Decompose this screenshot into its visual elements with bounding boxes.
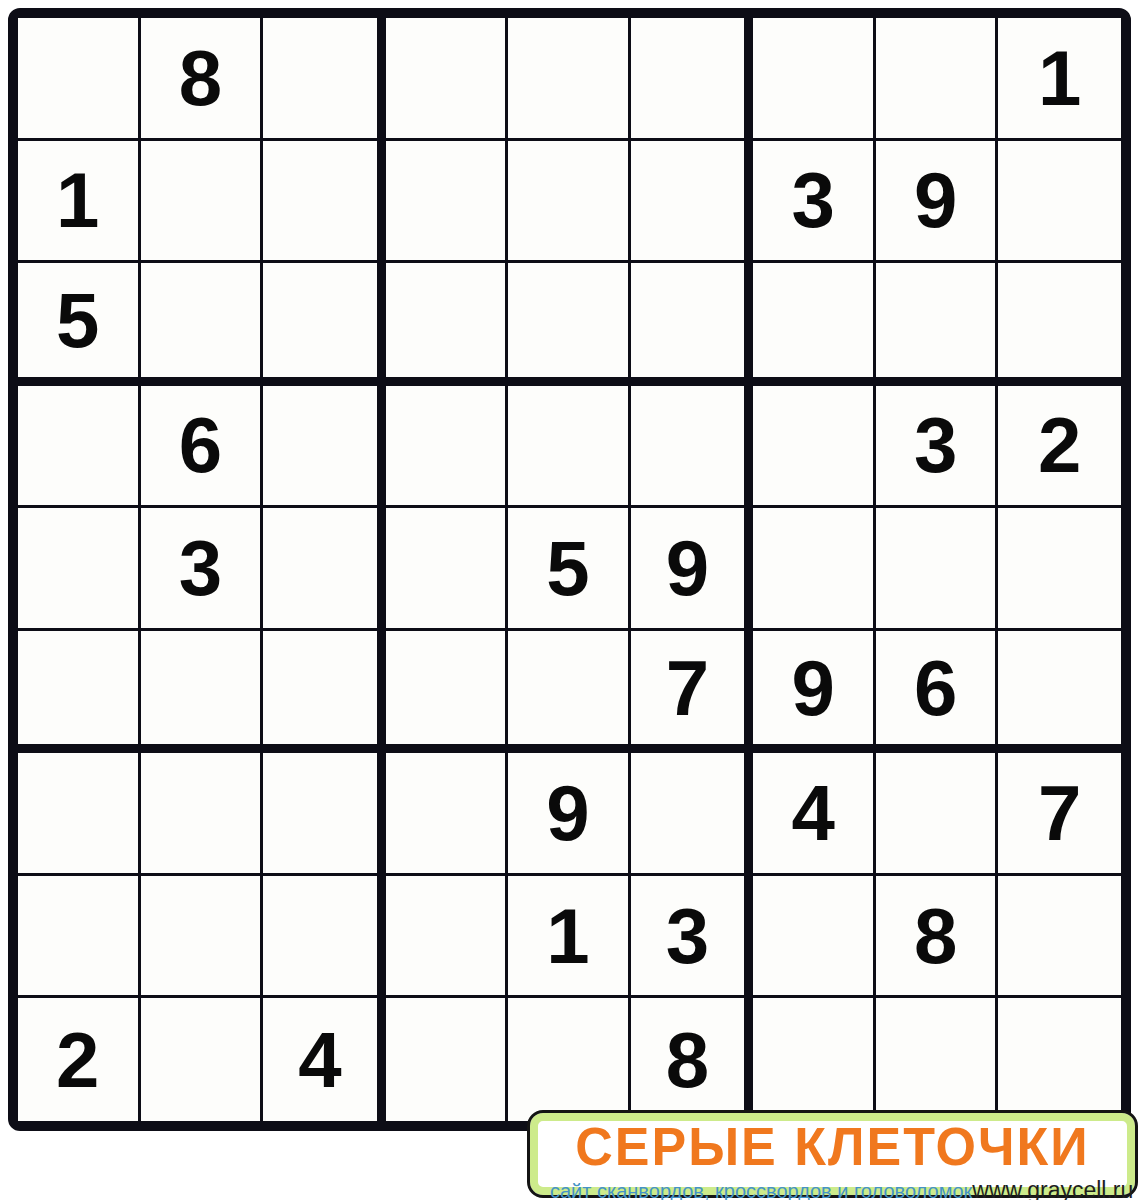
- cell-r7c2[interactable]: [141, 753, 264, 876]
- cell-r1c7[interactable]: [753, 18, 876, 141]
- logo-subtitle: сайт сканвордов, кроссвордов и головолом…: [550, 1180, 972, 1200]
- cell-r2c7[interactable]: 3: [753, 141, 876, 264]
- cell-r2c5[interactable]: [508, 141, 631, 264]
- cell-r1c9[interactable]: 1: [998, 18, 1121, 141]
- cell-r5c5[interactable]: 5: [508, 508, 631, 631]
- sudoku-board: 811395632359796947138248: [8, 8, 1131, 1131]
- cell-r8c3[interactable]: [263, 876, 386, 999]
- cell-r6c4[interactable]: [386, 631, 509, 754]
- cell-r3c1[interactable]: 5: [18, 263, 141, 386]
- logo-url: www.graycell.ru: [972, 1177, 1133, 1200]
- cell-r3c5[interactable]: [508, 263, 631, 386]
- cell-r7c1[interactable]: [18, 753, 141, 876]
- cell-r2c3[interactable]: [263, 141, 386, 264]
- cell-r5c9[interactable]: [998, 508, 1121, 631]
- cell-r9c4[interactable]: [386, 998, 509, 1121]
- cell-r4c7[interactable]: [753, 386, 876, 509]
- cell-r1c4[interactable]: [386, 18, 509, 141]
- cell-r7c7[interactable]: 4: [753, 753, 876, 876]
- cell-r9c7[interactable]: [753, 998, 876, 1121]
- cell-r9c3[interactable]: 4: [263, 998, 386, 1121]
- cell-r6c8[interactable]: 6: [876, 631, 999, 754]
- cell-r5c3[interactable]: [263, 508, 386, 631]
- cell-r5c2[interactable]: 3: [141, 508, 264, 631]
- graycell-logo[interactable]: СЕРЫЕ КЛЕТОЧКИ сайт сканвордов, кроссвор…: [527, 1110, 1138, 1198]
- cell-r1c2[interactable]: 8: [141, 18, 264, 141]
- cell-r4c2[interactable]: 6: [141, 386, 264, 509]
- cell-r3c8[interactable]: [876, 263, 999, 386]
- cell-r6c1[interactable]: [18, 631, 141, 754]
- cell-r3c7[interactable]: [753, 263, 876, 386]
- cell-r6c9[interactable]: [998, 631, 1121, 754]
- logo-bottom-row: сайт сканвордов, кроссвордов и головолом…: [530, 1176, 1135, 1200]
- cell-r8c8[interactable]: 8: [876, 876, 999, 999]
- cell-r6c3[interactable]: [263, 631, 386, 754]
- cell-r8c2[interactable]: [141, 876, 264, 999]
- cell-r3c9[interactable]: [998, 263, 1121, 386]
- cell-r5c1[interactable]: [18, 508, 141, 631]
- cell-r4c3[interactable]: [263, 386, 386, 509]
- cell-r3c2[interactable]: [141, 263, 264, 386]
- cell-r9c9[interactable]: [998, 998, 1121, 1121]
- cell-r9c1[interactable]: 2: [18, 998, 141, 1121]
- cell-r2c2[interactable]: [141, 141, 264, 264]
- cell-r8c1[interactable]: [18, 876, 141, 999]
- cell-r5c6[interactable]: 9: [631, 508, 754, 631]
- cell-r1c6[interactable]: [631, 18, 754, 141]
- cell-r6c7[interactable]: 9: [753, 631, 876, 754]
- page: 811395632359796947138248 СЕРЫЕ КЛЕТОЧКИ …: [0, 0, 1140, 1200]
- cell-r6c5[interactable]: [508, 631, 631, 754]
- cell-r7c4[interactable]: [386, 753, 509, 876]
- cell-r2c1[interactable]: 1: [18, 141, 141, 264]
- cell-r9c8[interactable]: [876, 998, 999, 1121]
- cell-r4c9[interactable]: 2: [998, 386, 1121, 509]
- cell-r8c9[interactable]: [998, 876, 1121, 999]
- cell-r7c3[interactable]: [263, 753, 386, 876]
- cell-r9c2[interactable]: [141, 998, 264, 1121]
- cell-r8c7[interactable]: [753, 876, 876, 999]
- cell-r2c4[interactable]: [386, 141, 509, 264]
- cell-r1c1[interactable]: [18, 18, 141, 141]
- cell-r2c6[interactable]: [631, 141, 754, 264]
- cell-r8c5[interactable]: 1: [508, 876, 631, 999]
- cell-r3c3[interactable]: [263, 263, 386, 386]
- cell-r1c5[interactable]: [508, 18, 631, 141]
- cell-r4c6[interactable]: [631, 386, 754, 509]
- cell-r4c1[interactable]: [18, 386, 141, 509]
- cell-r5c7[interactable]: [753, 508, 876, 631]
- cell-r6c6[interactable]: 7: [631, 631, 754, 754]
- sudoku-grid: 811395632359796947138248: [18, 18, 1121, 1121]
- cell-r9c6[interactable]: 8: [631, 998, 754, 1121]
- cell-r5c8[interactable]: [876, 508, 999, 631]
- cell-r8c6[interactable]: 3: [631, 876, 754, 999]
- cell-r8c4[interactable]: [386, 876, 509, 999]
- cell-r3c4[interactable]: [386, 263, 509, 386]
- cell-r1c8[interactable]: [876, 18, 999, 141]
- cell-r4c5[interactable]: [508, 386, 631, 509]
- cell-r9c5[interactable]: [508, 998, 631, 1121]
- cell-r7c9[interactable]: 7: [998, 753, 1121, 876]
- cell-r5c4[interactable]: [386, 508, 509, 631]
- cell-r2c8[interactable]: 9: [876, 141, 999, 264]
- cell-r6c2[interactable]: [141, 631, 264, 754]
- cell-r1c3[interactable]: [263, 18, 386, 141]
- logo-title: СЕРЫЕ КЛЕТОЧКИ: [530, 1115, 1135, 1177]
- cell-r2c9[interactable]: [998, 141, 1121, 264]
- cell-r7c6[interactable]: [631, 753, 754, 876]
- cell-r3c6[interactable]: [631, 263, 754, 386]
- cell-r7c5[interactable]: 9: [508, 753, 631, 876]
- cell-r4c8[interactable]: 3: [876, 386, 999, 509]
- cell-r4c4[interactable]: [386, 386, 509, 509]
- cell-r7c8[interactable]: [876, 753, 999, 876]
